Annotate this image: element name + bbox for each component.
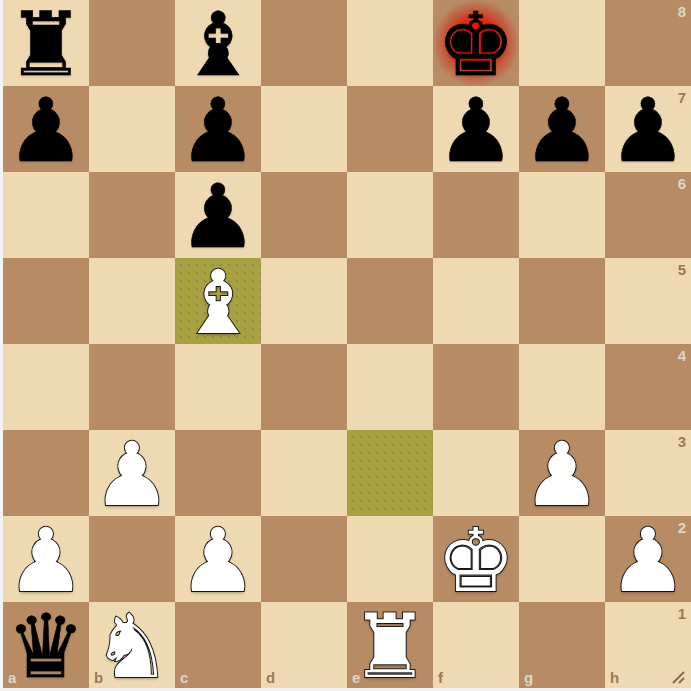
rank-label-1: 1 xyxy=(678,605,686,622)
white-pawn[interactable]: ♟ xyxy=(7,518,86,604)
square-f5[interactable] xyxy=(433,258,519,344)
rank-label-6: 6 xyxy=(678,175,686,192)
black-pawn[interactable]: ♟ xyxy=(523,88,602,174)
rank-label-5: 5 xyxy=(678,261,686,278)
square-d6[interactable] xyxy=(261,172,347,258)
square-f6[interactable] xyxy=(433,172,519,258)
black-pawn[interactable]: ♟ xyxy=(609,88,688,174)
square-b4[interactable] xyxy=(89,344,175,430)
square-e3[interactable] xyxy=(347,430,433,516)
file-label-a: a xyxy=(8,669,16,686)
square-e6[interactable] xyxy=(347,172,433,258)
file-label-f: f xyxy=(438,669,443,686)
square-d1[interactable]: d xyxy=(261,602,347,688)
square-b2[interactable] xyxy=(89,516,175,602)
square-e1[interactable]: e♜ xyxy=(347,602,433,688)
file-label-h: h xyxy=(610,669,619,686)
square-b6[interactable] xyxy=(89,172,175,258)
file-label-e: e xyxy=(352,669,360,686)
square-c3[interactable] xyxy=(175,430,261,516)
square-h3[interactable]: 3 xyxy=(605,430,691,516)
black-pawn[interactable]: ♟ xyxy=(7,88,86,174)
square-g8[interactable] xyxy=(519,0,605,86)
square-f1[interactable]: f xyxy=(433,602,519,688)
rank-label-2: 2 xyxy=(678,519,686,536)
square-d5[interactable] xyxy=(261,258,347,344)
rank-label-7: 7 xyxy=(678,89,686,106)
square-a5[interactable] xyxy=(3,258,89,344)
file-label-b: b xyxy=(94,669,103,686)
square-h7[interactable]: 7♟ xyxy=(605,86,691,172)
white-pawn[interactable]: ♟ xyxy=(93,432,172,518)
file-label-d: d xyxy=(266,669,275,686)
square-d4[interactable] xyxy=(261,344,347,430)
rank-label-8: 8 xyxy=(678,3,686,20)
square-b1[interactable]: b♞ xyxy=(89,602,175,688)
square-h8[interactable]: 8 xyxy=(605,0,691,86)
square-e2[interactable] xyxy=(347,516,433,602)
square-b8[interactable] xyxy=(89,0,175,86)
square-a7[interactable]: ♟ xyxy=(3,86,89,172)
square-g2[interactable] xyxy=(519,516,605,602)
square-a4[interactable] xyxy=(3,344,89,430)
square-a6[interactable] xyxy=(3,172,89,258)
square-h2[interactable]: 2♟ xyxy=(605,516,691,602)
square-g4[interactable] xyxy=(519,344,605,430)
square-a1[interactable]: a♛ xyxy=(3,602,89,688)
black-bishop[interactable]: ♝ xyxy=(179,2,258,88)
square-g3[interactable]: ♟ xyxy=(519,430,605,516)
white-pawn[interactable]: ♟ xyxy=(609,518,688,604)
board-resize-handle-icon[interactable] xyxy=(671,670,685,684)
square-a8[interactable]: ♜ xyxy=(3,0,89,86)
square-c7[interactable]: ♟ xyxy=(175,86,261,172)
square-b5[interactable] xyxy=(89,258,175,344)
square-h5[interactable]: 5 xyxy=(605,258,691,344)
square-e4[interactable] xyxy=(347,344,433,430)
square-f8[interactable]: ♚ xyxy=(433,0,519,86)
black-queen[interactable]: ♛ xyxy=(7,604,86,690)
file-label-g: g xyxy=(524,669,533,686)
square-e8[interactable] xyxy=(347,0,433,86)
chess-board-stage: ♜♝♚8♟♟♟♟7♟♟6♝54♟♟3♟♟♚2♟a♛b♞cde♜fg1h xyxy=(0,0,691,691)
square-e7[interactable] xyxy=(347,86,433,172)
square-g5[interactable] xyxy=(519,258,605,344)
black-king[interactable]: ♚ xyxy=(437,2,516,88)
square-g6[interactable] xyxy=(519,172,605,258)
square-f2[interactable]: ♚ xyxy=(433,516,519,602)
black-pawn[interactable]: ♟ xyxy=(179,88,258,174)
square-b7[interactable] xyxy=(89,86,175,172)
square-c8[interactable]: ♝ xyxy=(175,0,261,86)
square-c1[interactable]: c xyxy=(175,602,261,688)
square-a2[interactable]: ♟ xyxy=(3,516,89,602)
white-pawn[interactable]: ♟ xyxy=(523,432,602,518)
chess-board: ♜♝♚8♟♟♟♟7♟♟6♝54♟♟3♟♟♚2♟a♛b♞cde♜fg1h xyxy=(3,0,691,688)
rank-label-4: 4 xyxy=(678,347,686,364)
square-h6[interactable]: 6 xyxy=(605,172,691,258)
square-c2[interactable]: ♟ xyxy=(175,516,261,602)
square-g1[interactable]: g xyxy=(519,602,605,688)
white-pawn[interactable]: ♟ xyxy=(179,518,258,604)
square-a3[interactable] xyxy=(3,430,89,516)
square-d3[interactable] xyxy=(261,430,347,516)
square-c6[interactable]: ♟ xyxy=(175,172,261,258)
white-bishop[interactable]: ♝ xyxy=(179,260,258,346)
file-label-c: c xyxy=(180,669,188,686)
black-pawn[interactable]: ♟ xyxy=(179,174,258,260)
rank-label-3: 3 xyxy=(678,433,686,450)
square-b3[interactable]: ♟ xyxy=(89,430,175,516)
white-knight[interactable]: ♞ xyxy=(93,604,172,690)
square-f7[interactable]: ♟ xyxy=(433,86,519,172)
square-h4[interactable]: 4 xyxy=(605,344,691,430)
black-rook[interactable]: ♜ xyxy=(7,2,86,88)
square-d2[interactable] xyxy=(261,516,347,602)
square-f4[interactable] xyxy=(433,344,519,430)
white-rook[interactable]: ♜ xyxy=(351,604,430,690)
square-g7[interactable]: ♟ xyxy=(519,86,605,172)
square-c4[interactable] xyxy=(175,344,261,430)
square-e5[interactable] xyxy=(347,258,433,344)
square-d8[interactable] xyxy=(261,0,347,86)
square-c5[interactable]: ♝ xyxy=(175,258,261,344)
black-pawn[interactable]: ♟ xyxy=(437,88,516,174)
square-f3[interactable] xyxy=(433,430,519,516)
square-d7[interactable] xyxy=(261,86,347,172)
white-king[interactable]: ♚ xyxy=(437,518,516,604)
